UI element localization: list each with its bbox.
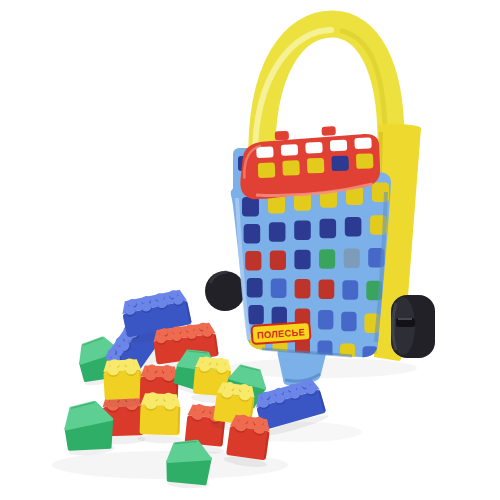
lid-hole-r1c2 (307, 158, 325, 174)
block-8-yellow-cube (137, 392, 183, 444)
basket-hole-r3c0 (247, 278, 263, 298)
basket-hole-r1c3 (320, 219, 337, 239)
lid-hole-r0c4 (354, 137, 371, 149)
left-wheel (205, 271, 245, 311)
basket-hole-r4c0 (248, 305, 263, 325)
lid-tab-right (322, 126, 336, 135)
basket-hole-r3c3 (319, 280, 335, 300)
basket-hole-r1c1 (269, 222, 286, 242)
basket-hole-r2c2 (294, 250, 310, 269)
basket-hole-r0c0 (242, 197, 259, 217)
lid-hole-r0c0 (256, 146, 273, 158)
basket-hole-r3c4 (342, 280, 358, 300)
lid-hole-r1c0 (258, 162, 276, 178)
product-photo: ПОЛЕСЬЕ (0, 0, 500, 500)
basket-hole-r4c3 (318, 310, 333, 330)
lid-hole-r1c3 (331, 156, 349, 172)
basket-hole-r2c0 (245, 251, 261, 271)
basket-hole-r3c1 (271, 279, 287, 299)
basket-hole-r1c2 (294, 221, 311, 241)
basket-hole-r2c4 (344, 249, 360, 269)
lid-hole-r0c1 (281, 144, 298, 156)
basket-hole-r2c1 (270, 250, 286, 270)
toy-trolley-scene: ПОЛЕСЬЕ (0, 0, 500, 500)
basket-hole-r3c2 (295, 279, 311, 299)
basket-hole-r1c4 (345, 217, 362, 237)
lid-hole-r1c1 (282, 160, 300, 176)
basket-hole-r4c4 (341, 312, 356, 332)
lid-tab-left (275, 131, 289, 140)
basket-hole-r2c3 (319, 249, 335, 269)
lid-hole-r0c3 (330, 140, 347, 152)
block-edge-shade (178, 407, 179, 433)
right-wheel (391, 295, 435, 358)
brand-label: ПОЛЕСЬЕ (251, 322, 310, 344)
lid-hole-r1c4 (356, 153, 374, 169)
basket-hole-r1c0 (244, 224, 261, 244)
lid-hole-r0c2 (305, 142, 322, 154)
